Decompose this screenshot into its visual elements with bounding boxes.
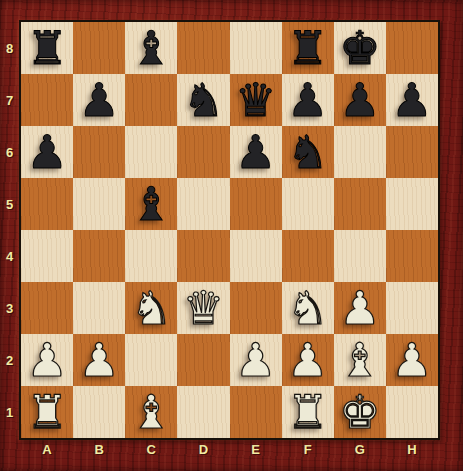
square-h2[interactable]: ♟ <box>386 334 438 386</box>
rank-label-3: 3 <box>0 282 19 334</box>
file-label-h: H <box>386 439 438 459</box>
square-f4[interactable] <box>282 230 334 282</box>
rank-label-1: 1 <box>0 386 19 438</box>
square-d7[interactable]: ♞ <box>177 74 229 126</box>
piece-white-king[interactable]: ♚ <box>339 389 380 435</box>
square-d4[interactable] <box>177 230 229 282</box>
square-f7[interactable]: ♟ <box>282 74 334 126</box>
square-g7[interactable]: ♟ <box>334 74 386 126</box>
piece-white-knight[interactable]: ♞ <box>287 285 328 331</box>
square-g8[interactable]: ♚ <box>334 22 386 74</box>
square-a6[interactable]: ♟ <box>21 126 73 178</box>
square-e3[interactable] <box>230 282 282 334</box>
square-a1[interactable]: ♜ <box>21 386 73 438</box>
square-d8[interactable] <box>177 22 229 74</box>
square-a4[interactable] <box>21 230 73 282</box>
rank-label-8: 8 <box>0 22 19 74</box>
rank-label-2: 2 <box>0 334 19 386</box>
square-g4[interactable] <box>334 230 386 282</box>
square-f8[interactable]: ♜ <box>282 22 334 74</box>
square-f5[interactable] <box>282 178 334 230</box>
square-b5[interactable] <box>73 178 125 230</box>
piece-black-knight[interactable]: ♞ <box>183 77 224 123</box>
square-e1[interactable] <box>230 386 282 438</box>
square-b7[interactable]: ♟ <box>73 74 125 126</box>
file-label-b: B <box>73 439 125 459</box>
piece-white-rook[interactable]: ♜ <box>287 389 328 435</box>
square-c6[interactable] <box>125 126 177 178</box>
piece-black-bishop[interactable]: ♝ <box>131 181 172 227</box>
square-c8[interactable]: ♝ <box>125 22 177 74</box>
piece-black-rook[interactable]: ♜ <box>26 25 67 71</box>
square-b8[interactable] <box>73 22 125 74</box>
piece-black-pawn[interactable]: ♟ <box>391 77 432 123</box>
square-f2[interactable]: ♟ <box>282 334 334 386</box>
square-h5[interactable] <box>386 178 438 230</box>
square-a2[interactable]: ♟ <box>21 334 73 386</box>
piece-black-pawn[interactable]: ♟ <box>235 129 276 175</box>
square-h3[interactable] <box>386 282 438 334</box>
piece-white-queen[interactable]: ♛ <box>183 285 224 331</box>
square-d1[interactable] <box>177 386 229 438</box>
square-g2[interactable]: ♝ <box>334 334 386 386</box>
piece-white-pawn[interactable]: ♟ <box>26 337 67 383</box>
square-a3[interactable] <box>21 282 73 334</box>
square-g1[interactable]: ♚ <box>334 386 386 438</box>
square-c3[interactable]: ♞ <box>125 282 177 334</box>
square-d3[interactable]: ♛ <box>177 282 229 334</box>
square-g6[interactable] <box>334 126 386 178</box>
piece-black-pawn[interactable]: ♟ <box>26 129 67 175</box>
file-label-f: F <box>282 439 334 459</box>
file-label-d: D <box>177 439 229 459</box>
square-e6[interactable]: ♟ <box>230 126 282 178</box>
square-a7[interactable] <box>21 74 73 126</box>
piece-white-pawn[interactable]: ♟ <box>391 337 432 383</box>
board-frame: ♜♝♜♚♟♞♛♟♟♟♟♟♞♝♞♛♞♟♟♟♟♟♝♟♜♝♜♚ <box>19 20 440 440</box>
square-d2[interactable] <box>177 334 229 386</box>
square-f6[interactable]: ♞ <box>282 126 334 178</box>
square-h4[interactable] <box>386 230 438 282</box>
rank-label-5: 5 <box>0 178 19 230</box>
file-label-c: C <box>125 439 177 459</box>
piece-white-pawn[interactable]: ♟ <box>235 337 276 383</box>
square-f3[interactable]: ♞ <box>282 282 334 334</box>
square-g5[interactable] <box>334 178 386 230</box>
square-e4[interactable] <box>230 230 282 282</box>
square-h8[interactable] <box>386 22 438 74</box>
rank-label-7: 7 <box>0 74 19 126</box>
piece-white-pawn[interactable]: ♟ <box>79 337 120 383</box>
square-d5[interactable] <box>177 178 229 230</box>
square-b2[interactable]: ♟ <box>73 334 125 386</box>
piece-black-queen[interactable]: ♛ <box>235 77 276 123</box>
chessboard-app: 87654321 ABCDEFGH ♜♝♜♚♟♞♛♟♟♟♟♟♞♝♞♛♞♟♟♟♟♟… <box>0 0 463 471</box>
file-label-e: E <box>230 439 282 459</box>
square-c2[interactable] <box>125 334 177 386</box>
square-d6[interactable] <box>177 126 229 178</box>
square-h7[interactable]: ♟ <box>386 74 438 126</box>
square-c5[interactable]: ♝ <box>125 178 177 230</box>
piece-black-pawn[interactable]: ♟ <box>287 77 328 123</box>
piece-black-pawn[interactable]: ♟ <box>339 77 380 123</box>
rank-labels: 87654321 <box>0 22 19 438</box>
file-label-g: G <box>334 439 386 459</box>
piece-white-knight[interactable]: ♞ <box>131 285 172 331</box>
piece-black-knight[interactable]: ♞ <box>287 129 328 175</box>
square-b1[interactable] <box>73 386 125 438</box>
file-labels: ABCDEFGH <box>21 439 438 459</box>
square-a8[interactable]: ♜ <box>21 22 73 74</box>
square-e5[interactable] <box>230 178 282 230</box>
piece-black-bishop[interactable]: ♝ <box>131 25 172 71</box>
square-g3[interactable]: ♟ <box>334 282 386 334</box>
piece-white-pawn[interactable]: ♟ <box>287 337 328 383</box>
piece-white-rook[interactable]: ♜ <box>26 389 67 435</box>
square-f1[interactable]: ♜ <box>282 386 334 438</box>
square-e2[interactable]: ♟ <box>230 334 282 386</box>
square-e7[interactable]: ♛ <box>230 74 282 126</box>
piece-black-rook[interactable]: ♜ <box>287 25 328 71</box>
square-c7[interactable] <box>125 74 177 126</box>
square-h6[interactable] <box>386 126 438 178</box>
board-grid: ♜♝♜♚♟♞♛♟♟♟♟♟♞♝♞♛♞♟♟♟♟♟♝♟♜♝♜♚ <box>21 22 438 438</box>
square-e8[interactable] <box>230 22 282 74</box>
square-b6[interactable] <box>73 126 125 178</box>
square-h1[interactable] <box>386 386 438 438</box>
rank-label-6: 6 <box>0 126 19 178</box>
piece-black-king[interactable]: ♚ <box>339 25 380 71</box>
file-label-a: A <box>21 439 73 459</box>
piece-white-bishop[interactable]: ♝ <box>339 337 380 383</box>
square-b4[interactable] <box>73 230 125 282</box>
square-a5[interactable] <box>21 178 73 230</box>
piece-black-pawn[interactable]: ♟ <box>79 77 120 123</box>
piece-white-pawn[interactable]: ♟ <box>339 285 380 331</box>
rank-label-4: 4 <box>0 230 19 282</box>
square-c1[interactable]: ♝ <box>125 386 177 438</box>
square-b3[interactable] <box>73 282 125 334</box>
square-c4[interactable] <box>125 230 177 282</box>
piece-white-bishop[interactable]: ♝ <box>131 389 172 435</box>
